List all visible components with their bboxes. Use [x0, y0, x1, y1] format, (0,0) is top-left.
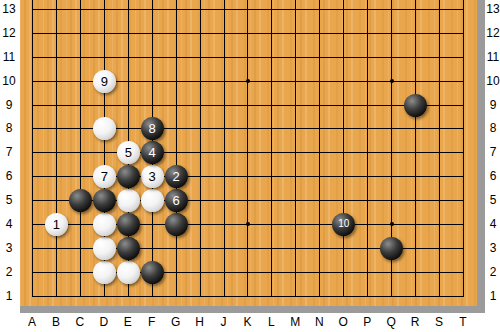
- row-label-left-5: 5: [0, 194, 18, 206]
- grid-line-column-B: [56, 0, 57, 296]
- stone-white-E2[interactable]: [117, 261, 140, 284]
- move-number-label: 9: [101, 75, 108, 88]
- grid-line-column-G: [176, 0, 177, 296]
- move-number-label: 7: [101, 170, 108, 183]
- grid-line-column-R: [415, 0, 416, 296]
- move-number-label: 3: [149, 170, 156, 183]
- column-label-J: J: [212, 316, 236, 328]
- stone-black-G4[interactable]: [165, 213, 188, 236]
- row-label-right-8: 8: [486, 122, 500, 134]
- row-label-left-13: 13: [0, 3, 18, 15]
- row-label-right-3: 3: [486, 242, 500, 254]
- row-label-right-2: 2: [486, 266, 500, 278]
- stone-black-F2[interactable]: [141, 261, 164, 284]
- column-label-F: F: [140, 316, 164, 328]
- stone-black-R9[interactable]: [404, 94, 427, 117]
- row-label-right-11: 11: [486, 51, 500, 63]
- grid-line-row-1: [32, 296, 464, 297]
- column-label-R: R: [403, 316, 427, 328]
- row-label-left-7: 7: [0, 146, 18, 158]
- go-diagram: 1795348621013121110987654321131211109876…: [0, 0, 500, 332]
- stone-black-G5[interactable]: 6: [165, 189, 188, 212]
- move-number-label: 1: [53, 218, 60, 231]
- grid-line-column-K: [247, 0, 248, 296]
- grid-line-row-13: [32, 9, 464, 10]
- stone-black-E6[interactable]: [117, 165, 140, 188]
- row-label-left-11: 11: [0, 51, 18, 63]
- stone-black-O4[interactable]: 10: [332, 213, 355, 236]
- board-edge-shadow-right: [477, 0, 485, 313]
- column-label-P: P: [355, 316, 379, 328]
- move-number-label: 4: [149, 146, 156, 159]
- stone-black-E3[interactable]: [117, 237, 140, 260]
- column-label-L: L: [259, 316, 283, 328]
- row-label-left-1: 1: [0, 290, 18, 302]
- grid-line-column-A: [32, 0, 33, 296]
- column-label-N: N: [307, 316, 331, 328]
- grid-line-column-O: [343, 0, 344, 296]
- move-number-label: 8: [149, 122, 156, 135]
- board-edge-shadow-bottom: [20, 306, 485, 313]
- column-label-T: T: [451, 316, 475, 328]
- column-label-M: M: [283, 316, 307, 328]
- row-label-left-6: 6: [0, 170, 18, 182]
- stone-black-G6[interactable]: 2: [165, 165, 188, 188]
- column-label-H: H: [188, 316, 212, 328]
- row-label-left-4: 4: [0, 218, 18, 230]
- stone-black-E4[interactable]: [117, 213, 140, 236]
- grid-line-column-N: [319, 0, 320, 296]
- row-label-right-10: 10: [486, 75, 500, 87]
- grid-line-row-9: [32, 105, 464, 106]
- stone-black-Q3[interactable]: [380, 237, 403, 260]
- move-number-label: 5: [125, 146, 132, 159]
- stone-white-D3[interactable]: [93, 237, 116, 260]
- stone-black-F7[interactable]: 4: [141, 141, 164, 164]
- row-label-right-13: 13: [486, 3, 500, 15]
- column-label-G: G: [164, 316, 188, 328]
- stone-white-D6[interactable]: 7: [93, 165, 116, 188]
- column-label-S: S: [427, 316, 451, 328]
- column-label-C: C: [68, 316, 92, 328]
- grid-line-column-H: [200, 0, 201, 296]
- column-label-B: B: [44, 316, 68, 328]
- row-label-left-10: 10: [0, 75, 18, 87]
- grid-line-column-J: [224, 0, 225, 296]
- stone-white-F5[interactable]: [141, 189, 164, 212]
- column-label-K: K: [235, 316, 259, 328]
- grid-line-column-S: [439, 0, 440, 296]
- grid-line-row-7: [32, 152, 464, 153]
- grid-line-column-L: [271, 0, 272, 296]
- column-label-Q: Q: [379, 316, 403, 328]
- stone-white-E7[interactable]: 5: [117, 141, 140, 164]
- grid-line-row-12: [32, 33, 464, 34]
- move-number-label: 2: [173, 170, 180, 183]
- row-label-right-9: 9: [486, 99, 500, 111]
- row-label-right-7: 7: [486, 146, 500, 158]
- stone-white-E5[interactable]: [117, 189, 140, 212]
- column-label-E: E: [116, 316, 140, 328]
- go-board-surface[interactable]: [20, 0, 477, 306]
- stone-white-B4[interactable]: 1: [45, 213, 68, 236]
- stone-white-D10[interactable]: 9: [93, 70, 116, 93]
- stone-white-D4[interactable]: [93, 213, 116, 236]
- row-label-left-2: 2: [0, 266, 18, 278]
- stone-black-C5[interactable]: [69, 189, 92, 212]
- stone-black-D5[interactable]: [93, 189, 116, 212]
- row-label-left-8: 8: [0, 122, 18, 134]
- stone-black-F8[interactable]: 8: [141, 117, 164, 140]
- move-number-label: 10: [338, 219, 349, 229]
- column-label-D: D: [92, 316, 116, 328]
- row-label-right-6: 6: [486, 170, 500, 182]
- row-label-right-5: 5: [486, 194, 500, 206]
- row-label-right-4: 4: [486, 218, 500, 230]
- column-label-A: A: [20, 316, 44, 328]
- row-label-left-9: 9: [0, 99, 18, 111]
- grid-line-column-T: [463, 0, 464, 296]
- star-point-Q10: [390, 79, 394, 83]
- grid-line-row-11: [32, 57, 464, 58]
- move-number-label: 6: [173, 194, 180, 207]
- row-label-left-3: 3: [0, 242, 18, 254]
- grid-line-column-M: [295, 0, 296, 296]
- grid-line-column-C: [80, 0, 81, 296]
- stone-white-F6[interactable]: 3: [141, 165, 164, 188]
- column-label-O: O: [331, 316, 355, 328]
- row-label-right-1: 1: [486, 290, 500, 302]
- stone-white-D2[interactable]: [93, 261, 116, 284]
- row-label-right-12: 12: [486, 27, 500, 39]
- grid-line-column-P: [367, 0, 368, 296]
- row-label-left-12: 12: [0, 27, 18, 39]
